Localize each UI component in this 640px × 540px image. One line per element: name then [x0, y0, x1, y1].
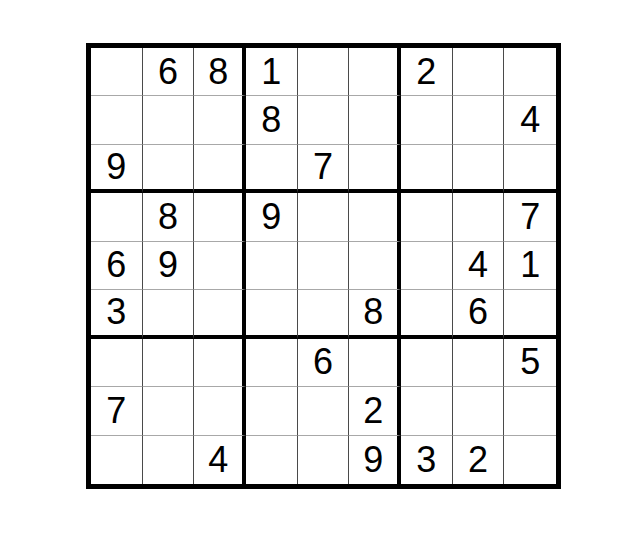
cell-r7c6-empty[interactable] [349, 339, 401, 387]
cell-r3c1-given: 9 [91, 145, 143, 193]
cell-r9c8-given: 2 [453, 436, 505, 484]
cell-r1c7-given: 2 [401, 48, 453, 96]
cell-r5c1-given: 6 [91, 242, 143, 290]
cell-r8c2-empty[interactable] [143, 387, 195, 435]
cell-r8c9-empty[interactable] [504, 387, 556, 435]
cell-r7c7-empty[interactable] [401, 339, 453, 387]
cell-r1c6-empty[interactable] [349, 48, 401, 96]
cell-r6c2-empty[interactable] [143, 290, 195, 338]
cell-r9c4-empty[interactable] [246, 436, 298, 484]
cell-r7c3-empty[interactable] [194, 339, 246, 387]
cell-r4c2-given: 8 [143, 193, 195, 241]
cell-r5c4-empty[interactable] [246, 242, 298, 290]
cell-r5c7-empty[interactable] [401, 242, 453, 290]
cell-r7c2-empty[interactable] [143, 339, 195, 387]
cell-r6c7-empty[interactable] [401, 290, 453, 338]
cell-r8c4-empty[interactable] [246, 387, 298, 435]
cell-r3c4-empty[interactable] [246, 145, 298, 193]
cell-r9c2-empty[interactable] [143, 436, 195, 484]
cell-r6c4-empty[interactable] [246, 290, 298, 338]
cell-r1c3-given: 8 [194, 48, 246, 96]
cell-r2c5-empty[interactable] [298, 96, 350, 144]
cell-r6c3-empty[interactable] [194, 290, 246, 338]
cell-r4c5-empty[interactable] [298, 193, 350, 241]
cell-r1c1-empty[interactable] [91, 48, 143, 96]
sudoku-board: 68128497897694138665724932 [86, 43, 561, 489]
cell-r6c5-empty[interactable] [298, 290, 350, 338]
cell-r8c7-empty[interactable] [401, 387, 453, 435]
cell-r3c6-empty[interactable] [349, 145, 401, 193]
cell-r5c3-empty[interactable] [194, 242, 246, 290]
cell-r8c1-given: 7 [91, 387, 143, 435]
cell-r3c9-empty[interactable] [504, 145, 556, 193]
cell-r6c6-given: 8 [349, 290, 401, 338]
cell-r9c3-given: 4 [194, 436, 246, 484]
cell-r5c5-empty[interactable] [298, 242, 350, 290]
cell-r7c8-empty[interactable] [453, 339, 505, 387]
cell-r3c7-empty[interactable] [401, 145, 453, 193]
cell-r1c8-empty[interactable] [453, 48, 505, 96]
cell-r7c1-empty[interactable] [91, 339, 143, 387]
cell-r1c5-empty[interactable] [298, 48, 350, 96]
cell-r8c3-empty[interactable] [194, 387, 246, 435]
cell-r9c1-empty[interactable] [91, 436, 143, 484]
cell-r9c9-empty[interactable] [504, 436, 556, 484]
cell-r5c6-empty[interactable] [349, 242, 401, 290]
cell-r2c7-empty[interactable] [401, 96, 453, 144]
cell-r5c8-given: 4 [453, 242, 505, 290]
cell-r7c4-empty[interactable] [246, 339, 298, 387]
cell-r4c4-given: 9 [246, 193, 298, 241]
cell-r2c6-empty[interactable] [349, 96, 401, 144]
cell-r4c1-empty[interactable] [91, 193, 143, 241]
cell-r9c6-given: 9 [349, 436, 401, 484]
cell-r8c6-given: 2 [349, 387, 401, 435]
cell-r2c1-empty[interactable] [91, 96, 143, 144]
cell-r8c5-empty[interactable] [298, 387, 350, 435]
cell-r9c7-given: 3 [401, 436, 453, 484]
cell-r2c8-empty[interactable] [453, 96, 505, 144]
cell-r3c8-empty[interactable] [453, 145, 505, 193]
cell-r2c2-empty[interactable] [143, 96, 195, 144]
cell-r9c5-empty[interactable] [298, 436, 350, 484]
cell-r1c2-given: 6 [143, 48, 195, 96]
cell-r6c9-empty[interactable] [504, 290, 556, 338]
cell-r6c8-given: 6 [453, 290, 505, 338]
cell-r4c9-given: 7 [504, 193, 556, 241]
cell-r5c9-given: 1 [504, 242, 556, 290]
cell-r2c4-given: 8 [246, 96, 298, 144]
cell-r1c4-given: 1 [246, 48, 298, 96]
cell-r3c3-empty[interactable] [194, 145, 246, 193]
cell-r8c8-empty[interactable] [453, 387, 505, 435]
cell-r6c1-given: 3 [91, 290, 143, 338]
cell-r3c2-empty[interactable] [143, 145, 195, 193]
sudoku-page: 68128497897694138665724932 [0, 0, 640, 540]
cell-r7c9-given: 5 [504, 339, 556, 387]
cell-r4c7-empty[interactable] [401, 193, 453, 241]
cell-r7c5-given: 6 [298, 339, 350, 387]
cell-r4c3-empty[interactable] [194, 193, 246, 241]
cell-r3c5-given: 7 [298, 145, 350, 193]
cell-r5c2-given: 9 [143, 242, 195, 290]
cell-r2c3-empty[interactable] [194, 96, 246, 144]
cell-r4c6-empty[interactable] [349, 193, 401, 241]
cell-r1c9-empty[interactable] [504, 48, 556, 96]
cell-r2c9-given: 4 [504, 96, 556, 144]
cell-r4c8-empty[interactable] [453, 193, 505, 241]
